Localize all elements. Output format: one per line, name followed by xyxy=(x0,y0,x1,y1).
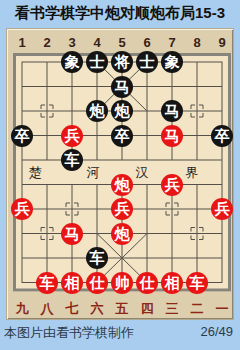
river-label-he: 河 xyxy=(87,165,100,180)
red-piece-相: 相 xyxy=(161,272,183,294)
red-piece-仕: 仕 xyxy=(136,272,158,294)
red-piece-马: 马 xyxy=(161,125,183,147)
xiangqi-board-panel: 楚 河 汉 界 123456789 九八七六五四三二一 象士将士象马炮炮马卒卒卒… xyxy=(7,29,233,319)
black-piece-马: 马 xyxy=(111,76,133,98)
red-piece-兵: 兵 xyxy=(211,198,233,220)
river-label-chu: 楚 xyxy=(29,165,42,180)
black-piece-将: 将 xyxy=(111,51,133,73)
red-piece-相: 相 xyxy=(61,272,83,294)
black-piece-象: 象 xyxy=(161,51,183,73)
river-label-jie: 界 xyxy=(186,165,199,180)
red-piece-兵: 兵 xyxy=(111,198,133,220)
black-piece-士: 士 xyxy=(86,51,108,73)
red-piece-仕: 仕 xyxy=(86,272,108,294)
black-piece-车: 车 xyxy=(86,247,108,269)
black-piece-士: 士 xyxy=(136,51,158,73)
red-piece-炮: 炮 xyxy=(111,174,133,196)
footer: 本图片由看书学棋制作 26/49 xyxy=(0,324,240,344)
black-piece-车: 车 xyxy=(61,149,83,171)
red-piece-车: 车 xyxy=(36,272,58,294)
red-piece-帅: 帅 xyxy=(111,272,133,294)
credit-text: 本图片由看书学棋制作 xyxy=(4,324,134,342)
black-piece-卒: 卒 xyxy=(211,125,233,147)
red-piece-兵: 兵 xyxy=(61,125,83,147)
red-piece-车: 车 xyxy=(186,272,208,294)
red-piece-兵: 兵 xyxy=(11,198,33,220)
page: 看书学棋学中炮对顺炮布局15-3 楚 河 汉 界 123456789 九八七六五… xyxy=(0,0,240,350)
black-piece-象: 象 xyxy=(61,51,83,73)
red-piece-兵: 兵 xyxy=(161,174,183,196)
red-piece-炮: 炮 xyxy=(111,223,133,245)
red-piece-马: 马 xyxy=(61,223,83,245)
black-piece-炮: 炮 xyxy=(111,100,133,122)
black-piece-卒: 卒 xyxy=(111,125,133,147)
black-piece-马: 马 xyxy=(161,100,183,122)
page-title: 看书学棋学中炮对顺炮布局15-3 xyxy=(0,4,240,23)
river-label-han: 汉 xyxy=(136,165,149,180)
black-piece-卒: 卒 xyxy=(11,125,33,147)
page-indicator: 26/49 xyxy=(200,324,233,339)
black-piece-炮: 炮 xyxy=(86,100,108,122)
